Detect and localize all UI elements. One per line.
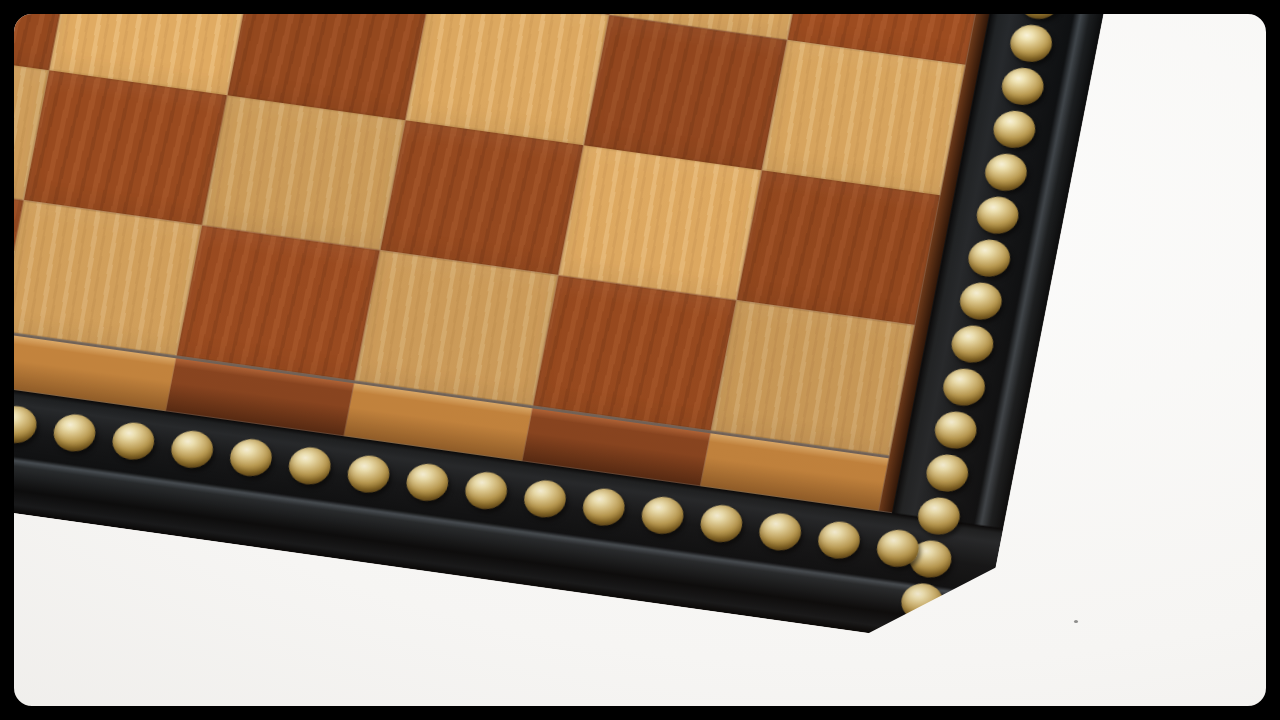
brass-stud <box>168 428 216 470</box>
brass-stud <box>227 437 275 479</box>
brass-stud <box>109 420 157 462</box>
board-square <box>380 120 584 275</box>
chessboard <box>0 0 1217 649</box>
brass-stud <box>874 527 922 569</box>
brass-stud <box>999 65 1047 107</box>
brass-stud <box>756 511 804 553</box>
brass-stud <box>965 237 1013 279</box>
board-square <box>431 0 635 15</box>
board-square <box>0 200 202 355</box>
brass-stud <box>982 151 1030 193</box>
brass-stud <box>815 519 863 561</box>
brass-stud <box>51 412 99 454</box>
board-square <box>711 300 915 455</box>
brass-stud <box>521 478 569 520</box>
brass-stud <box>948 323 996 365</box>
brass-stud <box>697 503 745 545</box>
board-square <box>24 70 228 225</box>
brass-stud <box>932 409 980 451</box>
board-square <box>406 0 610 145</box>
board-square <box>533 275 737 430</box>
brass-stud <box>345 453 393 495</box>
board-square <box>202 95 406 250</box>
board-square <box>177 225 381 380</box>
video-still <box>0 0 1280 720</box>
brass-stud <box>1015 0 1063 22</box>
brass-stud <box>403 461 451 503</box>
dust-speck <box>1074 620 1078 623</box>
board-square <box>762 40 966 195</box>
brass-stud <box>580 486 628 528</box>
photo-scene <box>0 0 1280 720</box>
brass-stud <box>923 452 971 494</box>
brass-stud <box>940 366 988 408</box>
board-square <box>737 170 941 325</box>
brass-stud <box>990 108 1038 150</box>
brass-stud <box>0 404 40 446</box>
board-square <box>558 145 762 300</box>
brass-stud <box>462 470 510 512</box>
brass-stud <box>957 280 1005 322</box>
board-square <box>355 250 559 405</box>
brass-stud <box>974 194 1022 236</box>
brass-stud <box>286 445 334 487</box>
board-square <box>584 15 788 170</box>
brass-stud <box>1007 22 1055 64</box>
brass-stud <box>639 494 687 536</box>
